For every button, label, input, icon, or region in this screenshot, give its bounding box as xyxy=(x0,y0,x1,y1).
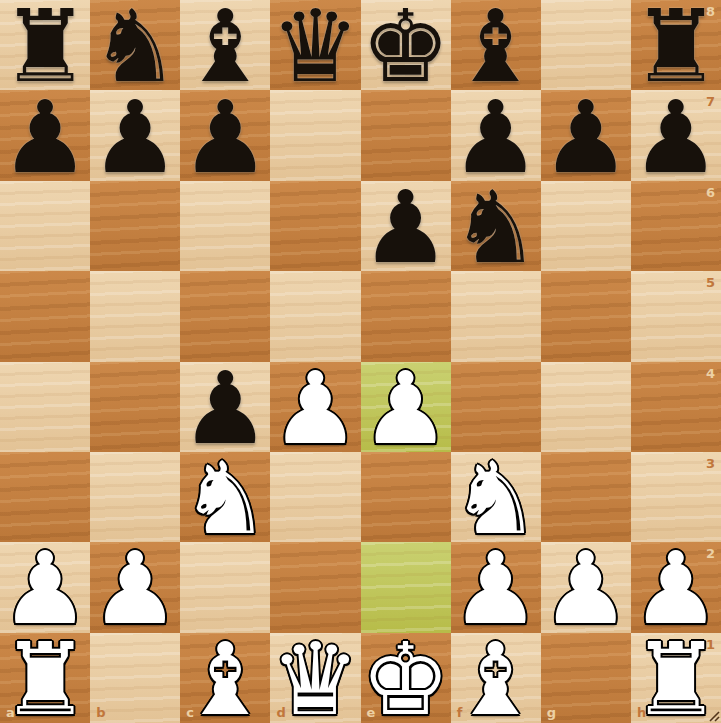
square-f1[interactable]: ♝f xyxy=(451,633,541,723)
square-e3[interactable] xyxy=(361,452,451,542)
black-queen[interactable]: ♛ xyxy=(270,2,360,92)
white-pawn[interactable]: ♟ xyxy=(90,544,180,634)
square-c6[interactable] xyxy=(180,181,270,271)
square-c2[interactable] xyxy=(180,542,270,632)
square-h2[interactable]: ♟2 xyxy=(631,542,721,632)
square-g4[interactable] xyxy=(541,362,631,452)
square-d3[interactable] xyxy=(270,452,360,542)
white-rook[interactable]: ♜ xyxy=(0,635,90,723)
square-a7[interactable]: ♟ xyxy=(0,90,90,180)
chess-board-container: ♜♞♝♛♚♝♜8♟♟♟♟♟♟7♟♞65♟♟♟4♞♞3♟♟♟♟♟2♜ab♝c♛d♚… xyxy=(0,0,721,723)
square-g3[interactable] xyxy=(541,452,631,542)
white-knight[interactable]: ♞ xyxy=(180,454,270,544)
chess-board: ♜♞♝♛♚♝♜8♟♟♟♟♟♟7♟♞65♟♟♟4♞♞3♟♟♟♟♟2♜ab♝c♛d♚… xyxy=(0,0,721,723)
square-b5[interactable] xyxy=(90,271,180,361)
square-b3[interactable] xyxy=(90,452,180,542)
square-d7[interactable] xyxy=(270,90,360,180)
square-b7[interactable]: ♟ xyxy=(90,90,180,180)
black-pawn[interactable]: ♟ xyxy=(180,92,270,182)
square-g5[interactable] xyxy=(541,271,631,361)
square-b6[interactable] xyxy=(90,181,180,271)
square-c8[interactable]: ♝ xyxy=(180,0,270,90)
square-a8[interactable]: ♜ xyxy=(0,0,90,90)
square-a4[interactable] xyxy=(0,362,90,452)
square-e2[interactable] xyxy=(361,542,451,632)
square-h8[interactable]: ♜8 xyxy=(631,0,721,90)
square-b8[interactable]: ♞ xyxy=(90,0,180,90)
square-c1[interactable]: ♝c xyxy=(180,633,270,723)
square-f6[interactable]: ♞ xyxy=(451,181,541,271)
square-g8[interactable] xyxy=(541,0,631,90)
black-pawn[interactable]: ♟ xyxy=(0,92,90,182)
square-g6[interactable] xyxy=(541,181,631,271)
square-a5[interactable] xyxy=(0,271,90,361)
square-e7[interactable] xyxy=(361,90,451,180)
square-a3[interactable] xyxy=(0,452,90,542)
rank-label-3: 3 xyxy=(706,456,715,471)
white-bishop[interactable]: ♝ xyxy=(451,635,541,723)
file-label-g: g xyxy=(547,705,556,720)
rank-label-6: 6 xyxy=(706,185,715,200)
square-c5[interactable] xyxy=(180,271,270,361)
rank-label-4: 4 xyxy=(706,366,715,381)
square-e5[interactable] xyxy=(361,271,451,361)
square-d6[interactable] xyxy=(270,181,360,271)
white-pawn[interactable]: ♟ xyxy=(361,364,451,454)
square-d5[interactable] xyxy=(270,271,360,361)
square-f7[interactable]: ♟ xyxy=(451,90,541,180)
square-b4[interactable] xyxy=(90,362,180,452)
square-c7[interactable]: ♟ xyxy=(180,90,270,180)
square-f3[interactable]: ♞ xyxy=(451,452,541,542)
square-a1[interactable]: ♜a xyxy=(0,633,90,723)
square-h5[interactable]: 5 xyxy=(631,271,721,361)
square-h6[interactable]: 6 xyxy=(631,181,721,271)
square-g7[interactable]: ♟ xyxy=(541,90,631,180)
square-g2[interactable]: ♟ xyxy=(541,542,631,632)
square-h4[interactable]: 4 xyxy=(631,362,721,452)
square-d4[interactable]: ♟ xyxy=(270,362,360,452)
square-e4[interactable]: ♟ xyxy=(361,362,451,452)
square-f4[interactable] xyxy=(451,362,541,452)
file-label-b: b xyxy=(96,705,105,720)
square-c4[interactable]: ♟ xyxy=(180,362,270,452)
black-pawn[interactable]: ♟ xyxy=(361,183,451,273)
black-pawn[interactable]: ♟ xyxy=(541,92,631,182)
rank-label-5: 5 xyxy=(706,275,715,290)
black-knight[interactable]: ♞ xyxy=(451,183,541,273)
square-e6[interactable]: ♟ xyxy=(361,181,451,271)
white-queen[interactable]: ♛ xyxy=(270,635,360,723)
white-pawn[interactable]: ♟ xyxy=(541,544,631,634)
white-bishop[interactable]: ♝ xyxy=(180,635,270,723)
square-c3[interactable]: ♞ xyxy=(180,452,270,542)
square-b2[interactable]: ♟ xyxy=(90,542,180,632)
black-pawn[interactable]: ♟ xyxy=(631,92,721,182)
square-f8[interactable]: ♝ xyxy=(451,0,541,90)
square-d8[interactable]: ♛ xyxy=(270,0,360,90)
white-pawn[interactable]: ♟ xyxy=(270,364,360,454)
square-b1[interactable]: b xyxy=(90,633,180,723)
square-d1[interactable]: ♛d xyxy=(270,633,360,723)
white-king[interactable]: ♚ xyxy=(361,635,451,723)
square-h7[interactable]: ♟7 xyxy=(631,90,721,180)
square-a2[interactable]: ♟ xyxy=(0,542,90,632)
square-d2[interactable] xyxy=(270,542,360,632)
board-resize-handle[interactable] xyxy=(706,708,720,722)
square-a6[interactable] xyxy=(0,181,90,271)
square-g1[interactable]: g xyxy=(541,633,631,723)
square-f2[interactable]: ♟ xyxy=(451,542,541,632)
square-h3[interactable]: 3 xyxy=(631,452,721,542)
black-king[interactable]: ♚ xyxy=(361,2,451,92)
black-pawn[interactable]: ♟ xyxy=(90,92,180,182)
square-e1[interactable]: ♚e xyxy=(361,633,451,723)
square-e8[interactable]: ♚ xyxy=(361,0,451,90)
square-f5[interactable] xyxy=(451,271,541,361)
